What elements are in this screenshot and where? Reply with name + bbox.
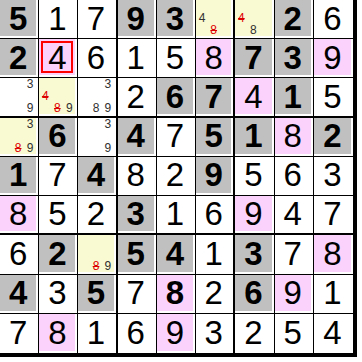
cell-r4c3[interactable]: 39 [78, 118, 117, 157]
solved-digit: 3 [205, 316, 223, 349]
cell-r7c7[interactable]: 3 [235, 235, 274, 274]
candidate-8-eliminated: 8 [12, 142, 24, 154]
solved-digit: 5 [166, 41, 184, 74]
solved-digit: 4 [48, 41, 66, 74]
solved-digit: 6 [283, 158, 301, 191]
given-digit: 7 [244, 41, 262, 74]
solved-digit: 5 [283, 316, 301, 349]
cell-r9c6[interactable]: 3 [196, 314, 235, 353]
cell-r8c7[interactable]: 6 [235, 275, 274, 314]
cell-r8c2[interactable]: 3 [39, 275, 78, 314]
cell-r4c6[interactable]: 5 [196, 118, 235, 157]
cell-r2c2[interactable]: 4 [39, 39, 78, 78]
cell-r6c4[interactable]: 3 [118, 196, 157, 235]
given-digit: 8 [166, 276, 184, 309]
solved-digit: 8 [205, 41, 223, 74]
candidate-grid: 389 [0, 118, 36, 154]
solved-digit: 8 [127, 158, 145, 191]
cell-r2c3[interactable]: 6 [78, 39, 117, 78]
cell-r7c4[interactable]: 5 [118, 235, 157, 274]
solved-digit: 1 [205, 237, 223, 270]
candidate-8: 8 [90, 102, 102, 114]
given-digit: 1 [244, 119, 262, 152]
solved-digit: 5 [323, 80, 341, 113]
given-digit: 5 [87, 276, 105, 309]
cell-r1c8[interactable]: 2 [275, 0, 314, 39]
cell-r3c1[interactable]: 39 [0, 78, 39, 117]
solved-digit: 7 [48, 158, 66, 191]
cell-r7c3[interactable]: 89 [78, 235, 117, 274]
cell-r5c6[interactable]: 9 [196, 157, 235, 196]
candidate-3: 3 [102, 78, 114, 90]
given-digit: 4 [127, 119, 145, 152]
cell-r4c8[interactable]: 8 [275, 118, 314, 157]
cell-r1c9[interactable]: 6 [314, 0, 353, 39]
solved-digit: 1 [127, 41, 145, 74]
cell-r2c5[interactable]: 5 [157, 39, 196, 78]
cell-r5c2[interactable]: 7 [39, 157, 78, 196]
candidate-8-eliminated: 8 [90, 259, 102, 271]
given-digit: 1 [9, 158, 27, 191]
cell-r8c4[interactable]: 7 [118, 275, 157, 314]
given-digit: 3 [166, 2, 184, 35]
given-digit: 6 [244, 276, 262, 309]
candidate-9: 9 [102, 142, 114, 154]
candidate-3: 3 [102, 118, 114, 130]
cell-r4c5[interactable]: 7 [157, 118, 196, 157]
candidate-4: 4 [196, 12, 208, 24]
cell-r3c7[interactable]: 4 [235, 78, 274, 117]
solved-digit: 7 [323, 197, 341, 230]
cell-r5c8[interactable]: 6 [275, 157, 314, 196]
cell-r9c4[interactable]: 6 [118, 314, 157, 353]
cell-r8c6[interactable]: 2 [196, 275, 235, 314]
given-digit: 3 [283, 41, 301, 74]
solved-digit: 9 [166, 316, 184, 349]
cell-r7c1[interactable]: 6 [0, 235, 39, 274]
solved-digit: 1 [87, 316, 105, 349]
cell-r1c3[interactable]: 7 [78, 0, 117, 39]
solved-digit: 3 [48, 276, 66, 309]
given-digit: 4 [9, 276, 27, 309]
cell-r2c1[interactable]: 2 [0, 39, 39, 78]
given-digit: 2 [48, 237, 66, 270]
cell-r7c5[interactable]: 4 [157, 235, 196, 274]
cell-r2c9[interactable]: 9 [314, 39, 353, 78]
cell-r3c8[interactable]: 1 [275, 78, 314, 117]
solved-digit: 7 [127, 276, 145, 309]
sudoku-app: { "game": "sudoku", "position": { "forma… [0, 0, 362, 362]
cell-r4c9[interactable]: 2 [314, 118, 353, 157]
cell-r1c6[interactable]: 48 [196, 0, 235, 39]
candidate-8-eliminated: 8 [208, 24, 220, 36]
cell-r8c3[interactable]: 5 [78, 275, 117, 314]
cell-r6c8[interactable]: 4 [275, 196, 314, 235]
cell-r3c5[interactable]: 6 [157, 78, 196, 117]
given-digit: 2 [323, 119, 341, 152]
candidate-4-eliminated: 4 [39, 90, 51, 102]
cell-r4c1[interactable]: 389 [0, 118, 39, 157]
cell-r7c9[interactable]: 8 [314, 235, 353, 274]
candidate-grid: 48 [196, 0, 231, 36]
candidate-3: 3 [24, 78, 36, 90]
cell-r3c3[interactable]: 389 [78, 78, 117, 117]
cell-r6c2[interactable]: 5 [39, 196, 78, 235]
given-digit: 2 [9, 41, 27, 74]
given-digit: 4 [166, 237, 184, 270]
solved-digit: 4 [244, 80, 262, 113]
cell-r4c7[interactable]: 1 [235, 118, 274, 157]
cell-r7c8[interactable]: 7 [275, 235, 314, 274]
solved-digit: 7 [87, 2, 105, 35]
cell-r9c2[interactable]: 8 [39, 314, 78, 353]
solved-digit: 6 [87, 41, 105, 74]
cell-r3c2[interactable]: 489 [39, 78, 78, 117]
candidate-4-eliminated: 4 [235, 12, 247, 24]
cell-r9c1[interactable]: 7 [0, 314, 39, 353]
solved-digit: 9 [244, 197, 262, 230]
cell-r9c7[interactable]: 2 [235, 314, 274, 353]
candidate-grid: 39 [0, 78, 36, 113]
solved-digit: 4 [323, 316, 341, 349]
cell-r5c5[interactable]: 2 [157, 157, 196, 196]
given-digit: 5 [9, 2, 27, 35]
cell-r3c6[interactable]: 7 [196, 78, 235, 117]
cell-r6c6[interactable]: 6 [196, 196, 235, 235]
cell-r1c7[interactable]: 48 [235, 0, 274, 39]
given-digit: 1 [283, 80, 301, 113]
solved-digit: 2 [166, 158, 184, 191]
solved-digit: 9 [323, 41, 341, 74]
solved-digit: 1 [48, 2, 66, 35]
cell-r6c7[interactable]: 9 [235, 196, 274, 235]
candidate-9: 9 [24, 142, 36, 154]
cell-r8c8[interactable]: 9 [275, 275, 314, 314]
solved-digit: 1 [323, 276, 341, 309]
given-digit: 9 [205, 158, 223, 191]
solved-digit: 6 [9, 237, 27, 270]
solved-digit: 2 [127, 80, 145, 113]
candidate-8-eliminated: 8 [51, 102, 63, 114]
solved-digit: 8 [9, 197, 27, 230]
solved-digit: 6 [127, 316, 145, 349]
cell-r2c8[interactable]: 3 [275, 39, 314, 78]
cell-r1c2[interactable]: 1 [39, 0, 78, 39]
cell-r1c4[interactable]: 9 [118, 0, 157, 39]
cell-r5c9[interactable]: 3 [314, 157, 353, 196]
candidate-grid: 39 [78, 118, 113, 154]
candidate-8: 8 [247, 24, 259, 36]
candidate-grid: 48 [235, 0, 271, 36]
given-digit: 6 [166, 80, 184, 113]
given-digit: 9 [127, 2, 145, 35]
given-digit: 3 [244, 237, 262, 270]
solved-digit: 6 [205, 197, 223, 230]
cell-r9c8[interactable]: 5 [275, 314, 314, 353]
solved-digit: 7 [283, 237, 301, 270]
solved-digit: 2 [244, 316, 262, 349]
cell-r5c7[interactable]: 5 [235, 157, 274, 196]
given-digit: 5 [205, 119, 223, 152]
solved-digit: 9 [283, 276, 301, 309]
cell-r8c1[interactable]: 4 [0, 275, 39, 314]
candidate-grid: 489 [39, 78, 75, 113]
solved-digit: 8 [48, 316, 66, 349]
solved-digit: 4 [283, 197, 301, 230]
candidate-3: 3 [24, 118, 36, 130]
solved-digit: 6 [323, 2, 341, 35]
solved-digit: 8 [283, 119, 301, 152]
cell-r5c1[interactable]: 1 [0, 157, 39, 196]
cell-r9c9[interactable]: 4 [314, 314, 353, 353]
cell-r6c5[interactable]: 1 [157, 196, 196, 235]
cell-r4c4[interactable]: 4 [118, 118, 157, 157]
candidate-grid: 389 [78, 78, 113, 113]
cell-r8c9[interactable]: 1 [314, 275, 353, 314]
solved-digit: 5 [244, 158, 262, 191]
candidate-grid: 89 [78, 235, 113, 271]
cell-r4c2[interactable]: 6 [39, 118, 78, 157]
given-digit: 2 [283, 2, 301, 35]
given-digit: 4 [87, 158, 105, 191]
solved-digit: 1 [166, 197, 184, 230]
cell-r6c9[interactable]: 7 [314, 196, 353, 235]
given-digit: 5 [127, 237, 145, 270]
solved-digit: 3 [323, 158, 341, 191]
cell-r1c5[interactable]: 3 [157, 0, 196, 39]
cell-r7c6[interactable]: 1 [196, 235, 235, 274]
cell-r5c3[interactable]: 4 [78, 157, 117, 196]
solved-digit: 7 [9, 316, 27, 349]
candidate-9: 9 [63, 102, 75, 114]
given-digit: 3 [127, 197, 145, 230]
sudoku-board: 5179348482624615873939489389267415389639… [0, 0, 357, 357]
cell-r1c1[interactable]: 5 [0, 0, 39, 39]
candidate-9: 9 [102, 259, 114, 271]
cell-r8c5[interactable]: 8 [157, 275, 196, 314]
given-digit: 6 [48, 119, 66, 152]
solved-digit: 2 [205, 276, 223, 309]
candidate-9: 9 [24, 102, 36, 114]
cell-r6c1[interactable]: 8 [0, 196, 39, 235]
solved-digit: 5 [48, 197, 66, 230]
candidate-9: 9 [102, 102, 114, 114]
cell-r3c4[interactable]: 2 [118, 78, 157, 117]
cell-r9c3[interactable]: 1 [78, 314, 117, 353]
cell-r2c6[interactable]: 8 [196, 39, 235, 78]
cell-r2c4[interactable]: 1 [118, 39, 157, 78]
given-digit: 7 [205, 80, 223, 113]
cell-r5c4[interactable]: 8 [118, 157, 157, 196]
cell-r7c2[interactable]: 2 [39, 235, 78, 274]
cell-r6c3[interactable]: 2 [78, 196, 117, 235]
solved-digit: 7 [166, 119, 184, 152]
cell-r9c5[interactable]: 9 [157, 314, 196, 353]
solved-digit: 2 [87, 197, 105, 230]
cell-r3c9[interactable]: 5 [314, 78, 353, 117]
cell-r2c7[interactable]: 7 [235, 39, 274, 78]
solved-digit: 8 [323, 237, 341, 270]
